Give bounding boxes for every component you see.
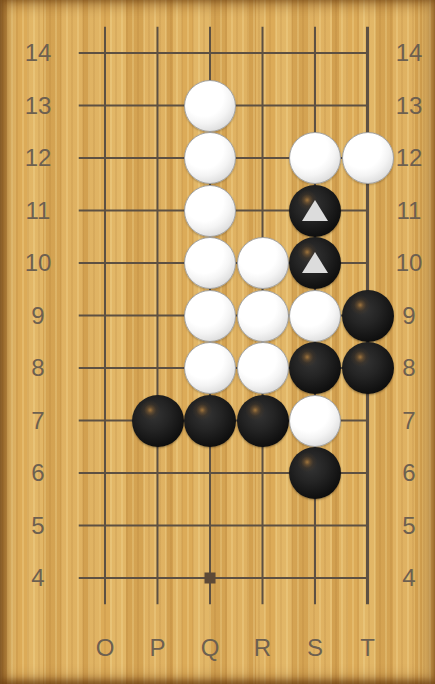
row-label-left-5: 5 (31, 514, 44, 538)
intersection-P10[interactable] (131, 237, 184, 290)
row-label-right-4: 4 (402, 566, 415, 590)
intersection-P6[interactable] (131, 447, 184, 500)
intersection-R6[interactable] (236, 447, 289, 500)
row-label-right-5: 5 (402, 514, 415, 538)
black-stone-Q7 (184, 395, 236, 447)
intersection-R7[interactable] (236, 394, 289, 447)
intersection-P12[interactable] (131, 132, 184, 185)
intersection-P9[interactable] (131, 289, 184, 342)
intersection-Q9[interactable] (184, 289, 237, 342)
triangle-marker (302, 252, 328, 273)
intersection-S8[interactable] (289, 342, 342, 395)
intersection-T9[interactable] (341, 289, 394, 342)
intersection-S11[interactable] (289, 184, 342, 237)
intersection-Q12[interactable] (184, 132, 237, 185)
intersection-Q5[interactable] (184, 499, 237, 552)
row-label-left-11: 11 (26, 199, 51, 223)
row-label-left-4: 4 (31, 566, 44, 590)
intersection-T11[interactable] (341, 184, 394, 237)
triangle-marker (302, 200, 328, 221)
black-stone-S6 (289, 447, 341, 499)
white-stone-S9 (289, 290, 341, 342)
intersection-O14[interactable] (79, 27, 132, 80)
intersection-T5[interactable] (341, 499, 394, 552)
intersection-O7[interactable] (79, 394, 132, 447)
white-stone-S12 (289, 132, 341, 184)
black-stone-S11 (289, 185, 341, 237)
col-label-P: P (149, 636, 165, 660)
intersection-T6[interactable] (341, 447, 394, 500)
white-stone-Q8 (184, 342, 236, 394)
intersection-R9[interactable] (236, 289, 289, 342)
white-stone-Q13 (184, 80, 236, 132)
intersection-O5[interactable] (79, 499, 132, 552)
intersection-Q4[interactable] (184, 552, 237, 605)
intersection-R4[interactable] (236, 552, 289, 605)
white-stone-S7 (289, 395, 341, 447)
intersection-T4[interactable] (341, 552, 394, 605)
intersection-Q13[interactable] (184, 79, 237, 132)
intersection-T14[interactable] (341, 27, 394, 80)
intersection-O11[interactable] (79, 184, 132, 237)
black-stone-T9 (342, 290, 394, 342)
intersection-R13[interactable] (236, 79, 289, 132)
col-label-Q: Q (201, 636, 220, 660)
intersection-Q7[interactable] (184, 394, 237, 447)
intersection-R5[interactable] (236, 499, 289, 552)
row-label-left-14: 14 (25, 41, 52, 65)
row-label-left-12: 12 (25, 146, 52, 170)
row-label-right-6: 6 (402, 461, 415, 485)
black-stone-R7 (237, 395, 289, 447)
black-stone-P7 (132, 395, 184, 447)
intersection-P4[interactable] (131, 552, 184, 605)
row-label-right-10: 10 (396, 251, 423, 275)
intersection-T8[interactable] (341, 342, 394, 395)
row-label-left-13: 13 (25, 94, 52, 118)
intersection-P8[interactable] (131, 342, 184, 395)
intersection-T7[interactable] (341, 394, 394, 447)
col-label-S: S (307, 636, 323, 660)
intersection-P13[interactable] (131, 79, 184, 132)
white-stone-Q10 (184, 237, 236, 289)
intersection-O6[interactable] (79, 447, 132, 500)
intersection-O12[interactable] (79, 132, 132, 185)
intersection-O10[interactable] (79, 237, 132, 290)
intersection-O8[interactable] (79, 342, 132, 395)
board-cells (79, 27, 394, 605)
intersection-Q10[interactable] (184, 237, 237, 290)
intersection-Q14[interactable] (184, 27, 237, 80)
intersection-R10[interactable] (236, 237, 289, 290)
row-label-right-8: 8 (402, 356, 415, 380)
white-stone-Q11 (184, 185, 236, 237)
row-label-left-10: 10 (25, 251, 52, 275)
intersection-O4[interactable] (79, 552, 132, 605)
row-label-left-9: 9 (31, 304, 44, 328)
white-stone-R8 (237, 342, 289, 394)
intersection-P14[interactable] (131, 27, 184, 80)
row-label-right-12: 12 (396, 146, 423, 170)
intersection-S7[interactable] (289, 394, 342, 447)
intersection-Q6[interactable] (184, 447, 237, 500)
col-label-R: R (254, 636, 271, 660)
intersection-Q8[interactable] (184, 342, 237, 395)
row-label-right-13: 13 (396, 94, 423, 118)
white-stone-R9 (237, 290, 289, 342)
white-stone-Q12 (184, 132, 236, 184)
intersection-O9[interactable] (79, 289, 132, 342)
intersection-R12[interactable] (236, 132, 289, 185)
intersection-R11[interactable] (236, 184, 289, 237)
intersection-T12[interactable] (341, 132, 394, 185)
row-label-right-7: 7 (402, 409, 415, 433)
row-label-left-8: 8 (31, 356, 44, 380)
intersection-S10[interactable] (289, 237, 342, 290)
intersection-S14[interactable] (289, 27, 342, 80)
intersection-S5[interactable] (289, 499, 342, 552)
intersection-P11[interactable] (131, 184, 184, 237)
black-stone-S10 (289, 237, 341, 289)
row-label-right-11: 11 (397, 199, 422, 223)
row-label-right-14: 14 (396, 41, 423, 65)
intersection-R14[interactable] (236, 27, 289, 80)
intersection-P7[interactable] (131, 394, 184, 447)
intersection-S13[interactable] (289, 79, 342, 132)
intersection-T10[interactable] (341, 237, 394, 290)
row-label-right-9: 9 (402, 304, 415, 328)
row-label-left-6: 6 (31, 461, 44, 485)
intersection-T13[interactable] (341, 79, 394, 132)
black-stone-S8 (289, 342, 341, 394)
intersection-O13[interactable] (79, 79, 132, 132)
intersection-R8[interactable] (236, 342, 289, 395)
row-label-left-7: 7 (31, 409, 44, 433)
go-board: 14141313121211111010998877665544OPQRST (0, 0, 435, 684)
black-stone-T8 (342, 342, 394, 394)
col-label-O: O (96, 636, 115, 660)
white-stone-T12 (342, 132, 394, 184)
col-label-T: T (360, 636, 375, 660)
intersection-S12[interactable] (289, 132, 342, 185)
intersection-Q11[interactable] (184, 184, 237, 237)
intersection-P5[interactable] (131, 499, 184, 552)
intersection-S4[interactable] (289, 552, 342, 605)
white-stone-R10 (237, 237, 289, 289)
white-stone-Q9 (184, 290, 236, 342)
intersection-S6[interactable] (289, 447, 342, 500)
intersection-S9[interactable] (289, 289, 342, 342)
